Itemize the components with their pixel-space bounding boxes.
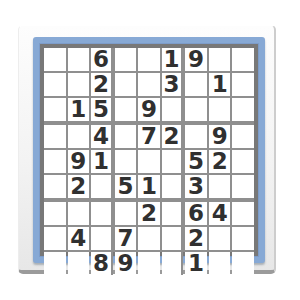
cell-r4c2[interactable] — [68, 125, 90, 148]
cell-r7c4[interactable] — [115, 202, 137, 225]
cell-r8c3[interactable] — [91, 227, 113, 250]
cell-r5c8[interactable]: 2 — [209, 150, 231, 173]
cell-r9c8[interactable] — [209, 252, 231, 275]
cell-r1c6[interactable]: 1 — [162, 48, 184, 71]
cell-r1c2[interactable] — [68, 48, 90, 71]
cell-r2c6[interactable]: 3 — [162, 73, 184, 96]
cell-r5c5[interactable] — [138, 150, 160, 173]
cell-r5c3[interactable]: 1 — [91, 150, 113, 173]
cell-r4c9[interactable] — [232, 125, 254, 148]
cell-r5c2[interactable]: 9 — [68, 150, 90, 173]
icon-tile: 619231159472991522513264472891 — [18, 25, 276, 274]
cell-r3c6[interactable] — [162, 98, 184, 123]
cell-r8c2[interactable]: 4 — [68, 227, 90, 250]
cell-r3c7[interactable] — [185, 98, 207, 123]
cell-r7c6[interactable] — [162, 202, 184, 225]
cell-r6c1[interactable] — [44, 175, 66, 200]
cell-r1c3[interactable]: 6 — [91, 48, 113, 71]
cell-r4c3[interactable]: 4 — [91, 125, 113, 148]
cell-r2c8[interactable]: 1 — [209, 73, 231, 96]
cell-r5c9[interactable] — [232, 150, 254, 173]
sudoku-board: 619231159472991522513264472891 — [40, 44, 258, 256]
cell-r9c2[interactable] — [68, 252, 90, 275]
cell-r6c8[interactable] — [209, 175, 231, 200]
cell-r3c4[interactable] — [115, 98, 137, 123]
cell-r8c9[interactable] — [232, 227, 254, 250]
cell-r7c9[interactable] — [232, 202, 254, 225]
cell-r9c9[interactable] — [232, 252, 254, 275]
cell-r5c1[interactable] — [44, 150, 66, 173]
cell-r6c5[interactable]: 1 — [138, 175, 160, 200]
cell-r9c6[interactable] — [162, 252, 184, 275]
cell-r3c9[interactable] — [232, 98, 254, 123]
cell-r4c7[interactable] — [185, 125, 207, 148]
cell-r6c7[interactable]: 3 — [185, 175, 207, 200]
cell-r7c7[interactable]: 6 — [185, 202, 207, 225]
cell-r1c7[interactable]: 9 — [185, 48, 207, 71]
cell-r1c5[interactable] — [138, 48, 160, 71]
cell-r5c7[interactable]: 5 — [185, 150, 207, 173]
cell-r1c4[interactable] — [115, 48, 137, 71]
cell-r3c3[interactable]: 5 — [91, 98, 113, 123]
cell-r6c2[interactable]: 2 — [68, 175, 90, 200]
cell-r3c2[interactable]: 1 — [68, 98, 90, 123]
cell-r6c4[interactable]: 5 — [115, 175, 137, 200]
sudoku-icon: 619231159472991522513264472891 — [0, 0, 300, 300]
cell-r5c4[interactable] — [115, 150, 137, 173]
cell-r2c5[interactable] — [138, 73, 160, 96]
cell-r7c1[interactable] — [44, 202, 66, 225]
cell-r2c2[interactable] — [68, 73, 90, 96]
cell-r1c1[interactable] — [44, 48, 66, 71]
cell-r8c6[interactable] — [162, 227, 184, 250]
cell-r6c3[interactable] — [91, 175, 113, 200]
board-frame: 619231159472991522513264472891 — [33, 37, 265, 263]
cell-r2c4[interactable] — [115, 73, 137, 96]
cell-r6c6[interactable] — [162, 175, 184, 200]
cell-r4c6[interactable]: 2 — [162, 125, 184, 148]
cell-r7c5[interactable]: 2 — [138, 202, 160, 225]
cell-r4c1[interactable] — [44, 125, 66, 148]
cell-r7c2[interactable] — [68, 202, 90, 225]
cell-r4c8[interactable]: 9 — [209, 125, 231, 148]
cell-r8c5[interactable] — [138, 227, 160, 250]
cell-r8c1[interactable] — [44, 227, 66, 250]
cell-r5c6[interactable] — [162, 150, 184, 173]
cell-r9c1[interactable] — [44, 252, 66, 275]
cell-r9c5[interactable] — [138, 252, 160, 275]
cell-r9c7[interactable]: 1 — [185, 252, 207, 275]
cell-r9c3[interactable]: 8 — [91, 252, 113, 275]
cell-r2c7[interactable] — [185, 73, 207, 96]
cell-r8c7[interactable]: 2 — [185, 227, 207, 250]
cell-r2c3[interactable]: 2 — [91, 73, 113, 96]
cell-r1c8[interactable] — [209, 48, 231, 71]
cell-r8c8[interactable] — [209, 227, 231, 250]
cell-r3c8[interactable] — [209, 98, 231, 123]
cell-r4c5[interactable]: 7 — [138, 125, 160, 148]
cell-r7c3[interactable] — [91, 202, 113, 225]
cell-r8c4[interactable]: 7 — [115, 227, 137, 250]
cell-r4c4[interactable] — [115, 125, 137, 148]
cell-r9c4[interactable]: 9 — [115, 252, 137, 275]
cell-r3c1[interactable] — [44, 98, 66, 123]
cell-r7c8[interactable]: 4 — [209, 202, 231, 225]
cell-r1c9[interactable] — [232, 48, 254, 71]
cell-r3c5[interactable]: 9 — [138, 98, 160, 123]
cell-r2c1[interactable] — [44, 73, 66, 96]
cell-r2c9[interactable] — [232, 73, 254, 96]
cell-r6c9[interactable] — [232, 175, 254, 200]
